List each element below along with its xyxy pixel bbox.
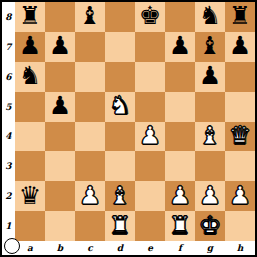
square-e6[interactable] (135, 62, 165, 92)
black-bishop: ♝ (79, 3, 101, 28)
square-h6[interactable] (225, 62, 255, 92)
rank-labels: 87654321 (2, 2, 15, 241)
file-label-d: d (105, 241, 135, 255)
rank-label-6: 6 (2, 62, 15, 92)
white-queen: ♛ (229, 123, 251, 148)
white-bishop: ♝ (109, 183, 131, 208)
white-rook: ♜ (109, 213, 131, 238)
square-e3[interactable] (135, 151, 165, 181)
square-a6[interactable]: ♞ (15, 62, 45, 92)
square-g5[interactable] (195, 92, 225, 122)
square-h4[interactable]: ♛ (225, 122, 255, 152)
black-pawn: ♟ (49, 33, 71, 58)
black-queen: ♛ (19, 183, 41, 208)
square-f5[interactable] (165, 92, 195, 122)
square-a4[interactable] (15, 122, 45, 152)
square-h2[interactable]: ♟ (225, 181, 255, 211)
square-h7[interactable]: ♟ (225, 32, 255, 62)
rank-label-2: 2 (2, 181, 15, 211)
square-f7[interactable]: ♟ (165, 32, 195, 62)
square-c8[interactable]: ♝ (75, 2, 105, 32)
square-f6[interactable] (165, 62, 195, 92)
file-label-b: b (45, 241, 75, 255)
file-label-f: f (165, 241, 195, 255)
square-a7[interactable]: ♟ (15, 32, 45, 62)
square-c1[interactable] (75, 211, 105, 241)
square-b3[interactable] (45, 151, 75, 181)
file-label-h: h (225, 241, 255, 255)
square-d2[interactable]: ♝ (105, 181, 135, 211)
square-g7[interactable]: ♝ (195, 32, 225, 62)
file-label-g: g (195, 241, 225, 255)
black-rook: ♜ (229, 3, 251, 28)
square-h3[interactable] (225, 151, 255, 181)
black-pawn: ♟ (229, 33, 251, 58)
rank-label-7: 7 (2, 32, 15, 62)
rank-label-5: 5 (2, 92, 15, 122)
square-g1[interactable]: ♚ (195, 211, 225, 241)
chess-board: ♜♝♚♞♜♟♟♟♝♟♞♟♟♞♟♝♛♛♟♝♟♟♟♜♜♚ (15, 2, 255, 241)
square-f1[interactable]: ♜ (165, 211, 195, 241)
square-a8[interactable]: ♜ (15, 2, 45, 32)
square-g8[interactable]: ♞ (195, 2, 225, 32)
square-d3[interactable] (105, 151, 135, 181)
square-d7[interactable] (105, 32, 135, 62)
black-king: ♚ (139, 3, 161, 28)
square-e4[interactable]: ♟ (135, 122, 165, 152)
square-e1[interactable] (135, 211, 165, 241)
rank-label-1: 1 (2, 211, 15, 241)
square-a1[interactable] (15, 211, 45, 241)
square-a2[interactable]: ♛ (15, 181, 45, 211)
square-d4[interactable] (105, 122, 135, 152)
square-h8[interactable]: ♜ (225, 2, 255, 32)
square-d1[interactable]: ♜ (105, 211, 135, 241)
black-rook: ♜ (19, 3, 41, 28)
white-pawn: ♟ (139, 123, 161, 148)
square-g2[interactable]: ♟ (195, 181, 225, 211)
square-a5[interactable] (15, 92, 45, 122)
white-rook: ♜ (169, 213, 191, 238)
rank-label-8: 8 (2, 2, 15, 32)
square-b4[interactable] (45, 122, 75, 152)
rank-label-3: 3 (2, 151, 15, 181)
square-c7[interactable] (75, 32, 105, 62)
file-label-e: e (135, 241, 165, 255)
square-e7[interactable] (135, 32, 165, 62)
file-labels: abcdefgh (15, 241, 255, 255)
chess-diagram: 87654321 ♜♝♚♞♜♟♟♟♝♟♞♟♟♞♟♝♛♛♟♝♟♟♟♜♜♚ abcd… (0, 0, 257, 257)
white-bishop: ♝ (199, 123, 221, 148)
white-pawn: ♟ (169, 183, 191, 208)
square-h1[interactable] (225, 211, 255, 241)
black-pawn: ♟ (19, 33, 41, 58)
square-b7[interactable]: ♟ (45, 32, 75, 62)
square-b1[interactable] (45, 211, 75, 241)
square-g4[interactable]: ♝ (195, 122, 225, 152)
black-bishop: ♝ (199, 33, 221, 58)
white-pawn: ♟ (229, 183, 251, 208)
file-label-c: c (75, 241, 105, 255)
square-c4[interactable] (75, 122, 105, 152)
square-e8[interactable]: ♚ (135, 2, 165, 32)
square-h5[interactable] (225, 92, 255, 122)
square-b5[interactable]: ♟ (45, 92, 75, 122)
square-g3[interactable] (195, 151, 225, 181)
square-d6[interactable] (105, 62, 135, 92)
square-f3[interactable] (165, 151, 195, 181)
black-knight: ♞ (199, 3, 221, 28)
white-knight: ♞ (109, 93, 131, 118)
black-knight: ♞ (19, 63, 41, 88)
square-c5[interactable] (75, 92, 105, 122)
square-d8[interactable] (105, 2, 135, 32)
square-e2[interactable] (135, 181, 165, 211)
black-pawn: ♟ (199, 63, 221, 88)
square-f4[interactable] (165, 122, 195, 152)
square-d5[interactable]: ♞ (105, 92, 135, 122)
white-king: ♚ (199, 213, 221, 238)
square-c3[interactable] (75, 151, 105, 181)
rank-label-4: 4 (2, 122, 15, 152)
white-pawn: ♟ (199, 183, 221, 208)
square-a3[interactable] (15, 151, 45, 181)
white-pawn: ♟ (79, 183, 101, 208)
square-f2[interactable]: ♟ (165, 181, 195, 211)
square-b2[interactable] (45, 181, 75, 211)
black-pawn: ♟ (169, 33, 191, 58)
square-c2[interactable]: ♟ (75, 181, 105, 211)
white-to-move-indicator (4, 238, 20, 254)
square-e5[interactable] (135, 92, 165, 122)
square-b6[interactable] (45, 62, 75, 92)
square-f8[interactable] (165, 2, 195, 32)
black-pawn: ♟ (49, 93, 71, 118)
square-c6[interactable] (75, 62, 105, 92)
square-b8[interactable] (45, 2, 75, 32)
square-g6[interactable]: ♟ (195, 62, 225, 92)
